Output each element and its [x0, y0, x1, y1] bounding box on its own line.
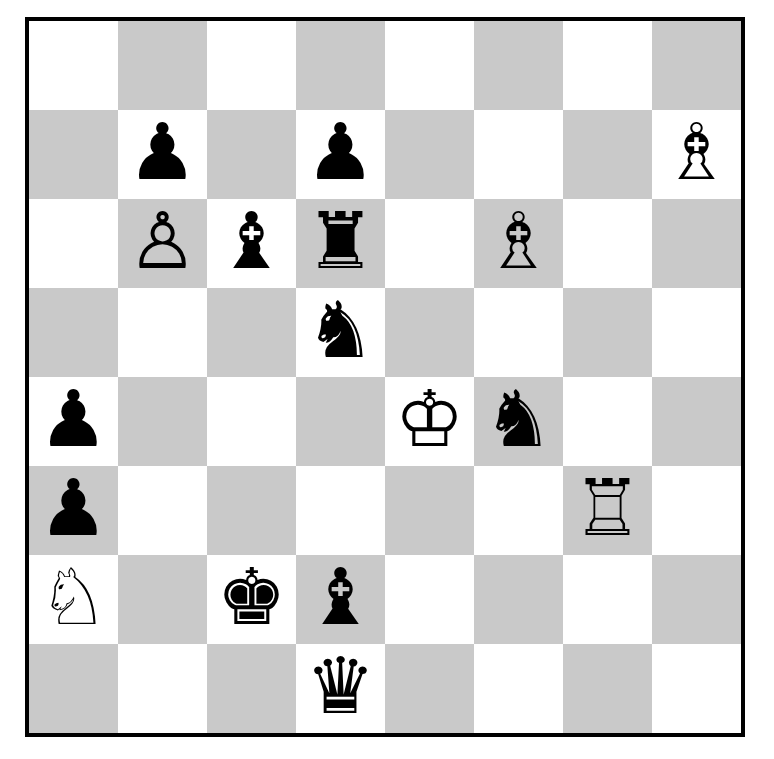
square-g2[interactable]	[563, 555, 652, 644]
square-b8[interactable]	[118, 21, 207, 110]
square-a2[interactable]: ♘	[29, 555, 118, 644]
square-h3[interactable]	[652, 466, 741, 555]
square-h4[interactable]	[652, 377, 741, 466]
square-c8[interactable]	[207, 21, 296, 110]
square-h6[interactable]	[652, 199, 741, 288]
square-g7[interactable]	[563, 110, 652, 199]
square-f1[interactable]	[474, 644, 563, 733]
square-a4[interactable]: ♟	[29, 377, 118, 466]
black-knight[interactable]: ♞	[484, 377, 554, 464]
square-c3[interactable]	[207, 466, 296, 555]
square-e2[interactable]	[385, 555, 474, 644]
square-c7[interactable]	[207, 110, 296, 199]
square-b4[interactable]	[118, 377, 207, 466]
square-h2[interactable]	[652, 555, 741, 644]
square-b7[interactable]: ♟	[118, 110, 207, 199]
black-bishop[interactable]: ♝	[217, 199, 287, 286]
square-a8[interactable]	[29, 21, 118, 110]
square-h1[interactable]	[652, 644, 741, 733]
square-b3[interactable]	[118, 466, 207, 555]
square-g6[interactable]	[563, 199, 652, 288]
square-e3[interactable]	[385, 466, 474, 555]
black-pawn[interactable]: ♟	[39, 377, 109, 464]
black-pawn[interactable]: ♟	[39, 466, 109, 553]
square-d8[interactable]	[296, 21, 385, 110]
square-a1[interactable]	[29, 644, 118, 733]
square-e8[interactable]	[385, 21, 474, 110]
square-b2[interactable]	[118, 555, 207, 644]
black-pawn[interactable]: ♟	[306, 110, 376, 197]
white-rook[interactable]: ♖	[573, 466, 643, 553]
square-f2[interactable]	[474, 555, 563, 644]
square-h5[interactable]	[652, 288, 741, 377]
square-c1[interactable]	[207, 644, 296, 733]
black-bishop[interactable]: ♝	[306, 555, 376, 642]
square-d1[interactable]: ♛	[296, 644, 385, 733]
square-e4[interactable]: ♔	[385, 377, 474, 466]
square-b1[interactable]	[118, 644, 207, 733]
square-d5[interactable]: ♞	[296, 288, 385, 377]
square-f4[interactable]: ♞	[474, 377, 563, 466]
square-b5[interactable]	[118, 288, 207, 377]
square-a5[interactable]	[29, 288, 118, 377]
black-rook[interactable]: ♜	[306, 199, 376, 286]
square-g4[interactable]	[563, 377, 652, 466]
square-e1[interactable]	[385, 644, 474, 733]
square-a3[interactable]: ♟	[29, 466, 118, 555]
square-f3[interactable]	[474, 466, 563, 555]
square-g8[interactable]	[563, 21, 652, 110]
chess-board: ♟♟♗♙♝♜♗♞♟♔♞♟♖♘♚♝♛	[25, 17, 745, 737]
white-pawn[interactable]: ♙	[128, 199, 198, 286]
black-pawn[interactable]: ♟	[128, 110, 198, 197]
square-c6[interactable]: ♝	[207, 199, 296, 288]
square-e7[interactable]	[385, 110, 474, 199]
square-e5[interactable]	[385, 288, 474, 377]
square-f7[interactable]	[474, 110, 563, 199]
square-e6[interactable]	[385, 199, 474, 288]
square-a7[interactable]	[29, 110, 118, 199]
square-h8[interactable]	[652, 21, 741, 110]
square-c2[interactable]: ♚	[207, 555, 296, 644]
square-h7[interactable]: ♗	[652, 110, 741, 199]
black-queen[interactable]: ♛	[306, 644, 376, 731]
square-a6[interactable]	[29, 199, 118, 288]
square-g1[interactable]	[563, 644, 652, 733]
square-d4[interactable]	[296, 377, 385, 466]
black-knight[interactable]: ♞	[306, 288, 376, 375]
square-d3[interactable]	[296, 466, 385, 555]
square-d2[interactable]: ♝	[296, 555, 385, 644]
square-c4[interactable]	[207, 377, 296, 466]
square-g5[interactable]	[563, 288, 652, 377]
square-f6[interactable]: ♗	[474, 199, 563, 288]
square-g3[interactable]: ♖	[563, 466, 652, 555]
square-c5[interactable]	[207, 288, 296, 377]
square-f8[interactable]	[474, 21, 563, 110]
black-king[interactable]: ♚	[217, 555, 287, 642]
square-f5[interactable]	[474, 288, 563, 377]
white-bishop[interactable]: ♗	[484, 199, 554, 286]
white-bishop[interactable]: ♗	[662, 110, 732, 197]
square-d6[interactable]: ♜	[296, 199, 385, 288]
white-knight[interactable]: ♘	[39, 555, 109, 642]
white-king[interactable]: ♔	[395, 377, 465, 464]
square-b6[interactable]: ♙	[118, 199, 207, 288]
square-d7[interactable]: ♟	[296, 110, 385, 199]
